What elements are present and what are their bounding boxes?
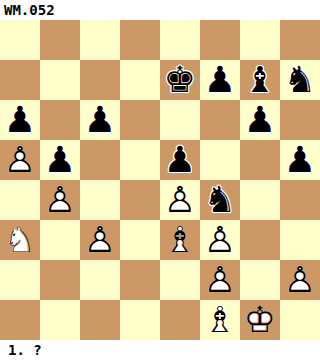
pawn-outline-glyph: ♙: [200, 260, 240, 300]
piece-black-knight[interactable]: ♞: [280, 60, 320, 100]
square-h1[interactable]: [280, 300, 320, 340]
square-h7[interactable]: ♞: [280, 60, 320, 100]
square-c5[interactable]: [80, 140, 120, 180]
square-h4[interactable]: [280, 180, 320, 220]
square-b1[interactable]: [40, 300, 80, 340]
square-d3[interactable]: [120, 220, 160, 260]
square-g5[interactable]: [240, 140, 280, 180]
bishop-outline-glyph: ♗: [200, 300, 240, 340]
piece-black-pawn[interactable]: ♟: [280, 140, 320, 180]
piece-black-knight[interactable]: ♞: [200, 180, 240, 220]
square-c1[interactable]: [80, 300, 120, 340]
piece-white-pawn[interactable]: ♟♙: [40, 180, 80, 220]
piece-white-pawn[interactable]: ♟♙: [280, 260, 320, 300]
square-a4[interactable]: [0, 180, 40, 220]
pawn-outline-glyph: ♙: [0, 140, 40, 180]
bishop-outline-glyph: ♗: [160, 220, 200, 260]
square-a1[interactable]: [0, 300, 40, 340]
square-a6[interactable]: ♟: [0, 100, 40, 140]
piece-black-pawn[interactable]: ♟: [40, 140, 80, 180]
square-d7[interactable]: [120, 60, 160, 100]
title-bar: WM.052: [0, 0, 320, 20]
square-d6[interactable]: [120, 100, 160, 140]
piece-black-pawn[interactable]: ♟: [200, 60, 240, 100]
move-prompt: 1. ?: [0, 342, 42, 358]
king-outline-glyph: ♔: [240, 300, 280, 340]
piece-white-pawn[interactable]: ♟♙: [200, 260, 240, 300]
square-g2[interactable]: [240, 260, 280, 300]
square-g6[interactable]: ♟: [240, 100, 280, 140]
square-g1[interactable]: ♚♔: [240, 300, 280, 340]
square-b4[interactable]: ♟♙: [40, 180, 80, 220]
square-c2[interactable]: [80, 260, 120, 300]
square-e5[interactable]: ♟: [160, 140, 200, 180]
square-a2[interactable]: [0, 260, 40, 300]
knight-outline-glyph: ♘: [0, 220, 40, 260]
square-h5[interactable]: ♟: [280, 140, 320, 180]
piece-black-king[interactable]: ♚: [160, 60, 200, 100]
square-h6[interactable]: [280, 100, 320, 140]
square-d1[interactable]: [120, 300, 160, 340]
square-b3[interactable]: [40, 220, 80, 260]
square-d4[interactable]: [120, 180, 160, 220]
square-f5[interactable]: [200, 140, 240, 180]
piece-black-bishop[interactable]: ♝: [240, 60, 280, 100]
move-bar: 1. ?: [0, 340, 320, 360]
square-a3[interactable]: ♞♘: [0, 220, 40, 260]
square-c7[interactable]: [80, 60, 120, 100]
square-f4[interactable]: ♞: [200, 180, 240, 220]
square-f2[interactable]: ♟♙: [200, 260, 240, 300]
square-b6[interactable]: [40, 100, 80, 140]
square-a7[interactable]: [0, 60, 40, 100]
square-f7[interactable]: ♟: [200, 60, 240, 100]
piece-white-knight[interactable]: ♞♘: [0, 220, 40, 260]
square-e7[interactable]: ♚: [160, 60, 200, 100]
square-b7[interactable]: [40, 60, 80, 100]
piece-white-pawn[interactable]: ♟♙: [200, 220, 240, 260]
square-h3[interactable]: [280, 220, 320, 260]
piece-white-bishop[interactable]: ♝♗: [200, 300, 240, 340]
square-f3[interactable]: ♟♙: [200, 220, 240, 260]
piece-black-pawn[interactable]: ♟: [240, 100, 280, 140]
square-g7[interactable]: ♝: [240, 60, 280, 100]
square-f8[interactable]: [200, 20, 240, 60]
square-c8[interactable]: [80, 20, 120, 60]
square-h8[interactable]: [280, 20, 320, 60]
square-b5[interactable]: ♟: [40, 140, 80, 180]
piece-white-king[interactable]: ♚♔: [240, 300, 280, 340]
square-e3[interactable]: ♝♗: [160, 220, 200, 260]
pawn-outline-glyph: ♙: [40, 180, 80, 220]
square-a8[interactable]: [0, 20, 40, 60]
piece-black-pawn[interactable]: ♟: [80, 100, 120, 140]
square-g4[interactable]: [240, 180, 280, 220]
square-c4[interactable]: [80, 180, 120, 220]
chess-board: ♚♟♝♞♟♟♟♟♙♟♟♟♟♙♟♙♞♞♘♟♙♝♗♟♙♟♙♟♙♝♗♚♔: [0, 20, 320, 340]
square-d8[interactable]: [120, 20, 160, 60]
square-e6[interactable]: [160, 100, 200, 140]
piece-black-pawn[interactable]: ♟: [0, 100, 40, 140]
square-f6[interactable]: [200, 100, 240, 140]
pawn-outline-glyph: ♙: [280, 260, 320, 300]
square-g3[interactable]: [240, 220, 280, 260]
square-b2[interactable]: [40, 260, 80, 300]
square-b8[interactable]: [40, 20, 80, 60]
square-a5[interactable]: ♟♙: [0, 140, 40, 180]
piece-black-pawn[interactable]: ♟: [160, 140, 200, 180]
square-c6[interactable]: ♟: [80, 100, 120, 140]
pawn-outline-glyph: ♙: [80, 220, 120, 260]
piece-white-pawn[interactable]: ♟♙: [160, 180, 200, 220]
square-d5[interactable]: [120, 140, 160, 180]
piece-white-bishop[interactable]: ♝♗: [160, 220, 200, 260]
diagram-title: WM.052: [0, 2, 55, 18]
square-c3[interactable]: ♟♙: [80, 220, 120, 260]
square-f1[interactable]: ♝♗: [200, 300, 240, 340]
square-g8[interactable]: [240, 20, 280, 60]
piece-white-pawn[interactable]: ♟♙: [0, 140, 40, 180]
square-e8[interactable]: [160, 20, 200, 60]
piece-white-pawn[interactable]: ♟♙: [80, 220, 120, 260]
square-d2[interactable]: [120, 260, 160, 300]
pawn-outline-glyph: ♙: [200, 220, 240, 260]
square-e2[interactable]: [160, 260, 200, 300]
square-h2[interactable]: ♟♙: [280, 260, 320, 300]
square-e1[interactable]: [160, 300, 200, 340]
pawn-outline-glyph: ♙: [160, 180, 200, 220]
square-e4[interactable]: ♟♙: [160, 180, 200, 220]
